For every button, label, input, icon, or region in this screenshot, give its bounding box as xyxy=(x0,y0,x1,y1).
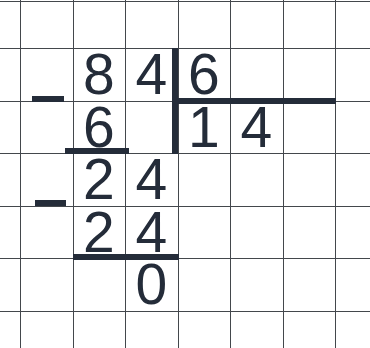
digit-cell-step2-subtrahend-ones: 4 xyxy=(125,206,178,259)
squared-paper-division-board: 84661424240 xyxy=(0,0,370,348)
digit-cell-quotient-tens: 1 xyxy=(178,101,231,154)
grid-horizontal-line xyxy=(0,311,370,312)
grid-horizontal-line xyxy=(0,1,370,2)
digit-cell-dividend-tens: 8 xyxy=(73,48,126,101)
minus-sign-step-1 xyxy=(32,96,64,102)
grid-horizontal-line xyxy=(0,153,370,154)
digit-cell-step2-subtrahend-tens: 2 xyxy=(73,206,126,259)
digit-cell-quotient-ones: 4 xyxy=(230,101,283,154)
digit-cell-step1-difference-tens: 2 xyxy=(73,153,126,206)
grid-vertical-line xyxy=(283,0,284,348)
grid-horizontal-line xyxy=(0,258,370,259)
grid-vertical-line xyxy=(20,0,21,348)
grid-vertical-line xyxy=(335,0,336,348)
digit-cell-step1-subtrahend: 6 xyxy=(73,101,126,154)
minus-sign-step-2 xyxy=(35,200,66,206)
digit-cell-divisor: 6 xyxy=(178,48,231,101)
digit-cell-brought-down-ones: 4 xyxy=(125,153,178,206)
digit-cell-remainder: 0 xyxy=(125,258,178,311)
grid-vertical-line xyxy=(230,0,231,348)
digit-cell-dividend-ones: 4 xyxy=(125,48,178,101)
